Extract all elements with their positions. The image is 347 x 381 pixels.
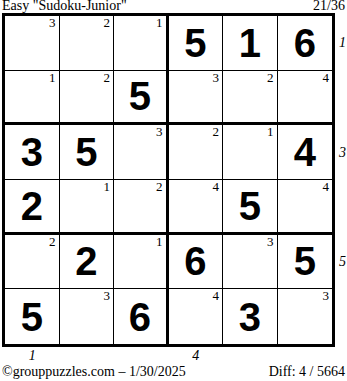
page-title: Easy "Sudoku-Junior" xyxy=(2,0,127,13)
corner-mark: 1 xyxy=(156,16,163,30)
cell-r3c4[interactable]: 2 xyxy=(169,125,224,180)
given-digit: 3 xyxy=(5,125,59,179)
given-digit: 6 xyxy=(169,235,223,289)
corner-mark: 3 xyxy=(104,289,111,303)
given-digit: 5 xyxy=(169,16,223,70)
cell-r2c4[interactable]: 3 xyxy=(169,71,224,126)
corner-mark: 4 xyxy=(323,180,330,194)
cell-r1c4[interactable]: 5 xyxy=(169,16,224,71)
cell-r3c6[interactable]: 4 xyxy=(278,125,333,180)
corner-mark: 1 xyxy=(49,71,56,85)
cell-r5c4[interactable]: 6 xyxy=(169,235,224,290)
cell-r6c3[interactable]: 6 xyxy=(114,289,169,344)
cell-r2c5[interactable]: 2 xyxy=(223,71,278,126)
cell-r4c1[interactable]: 2 xyxy=(5,180,60,235)
cell-r2c6[interactable]: 4 xyxy=(278,71,333,126)
sudoku-board: 321516125324353214212454221635536433 xyxy=(2,13,335,347)
footer: ©grouppuzzles.com – 1/30/2025 Diff: 4 / … xyxy=(2,364,345,379)
corner-mark: 3 xyxy=(267,235,274,249)
given-digit: 2 xyxy=(5,180,59,232)
corner-mark: 2 xyxy=(213,125,220,139)
given-digit: 5 xyxy=(5,289,59,344)
col-label-4: 4 xyxy=(192,349,199,363)
row-label-3: 3 xyxy=(339,146,346,160)
row-label-1: 1 xyxy=(339,36,346,50)
cell-r4c4[interactable]: 4 xyxy=(169,180,224,235)
cell-r6c4[interactable]: 4 xyxy=(169,289,224,344)
corner-mark: 4 xyxy=(213,289,220,303)
corner-mark: 2 xyxy=(267,71,274,85)
cell-r4c2[interactable]: 1 xyxy=(60,180,115,235)
given-digit: 6 xyxy=(114,289,166,344)
cell-r6c2[interactable]: 3 xyxy=(60,289,115,344)
col-label-1: 1 xyxy=(29,349,36,363)
difficulty-text: Diff: 4 / 5664 xyxy=(269,364,345,379)
corner-mark: 3 xyxy=(323,289,330,303)
corner-mark: 2 xyxy=(104,71,111,85)
cell-r4c3[interactable]: 2 xyxy=(114,180,169,235)
given-digit: 5 xyxy=(278,235,333,289)
cell-r6c5[interactable]: 3 xyxy=(223,289,278,344)
given-digit: 5 xyxy=(223,180,277,232)
cell-r3c3[interactable]: 3 xyxy=(114,125,169,180)
corner-mark: 1 xyxy=(267,125,274,139)
cell-r3c2[interactable]: 5 xyxy=(60,125,115,180)
copyright-text: ©grouppuzzles.com – 1/30/2025 xyxy=(2,364,186,379)
given-digit: 5 xyxy=(60,125,114,179)
corner-mark: 4 xyxy=(323,71,330,85)
corner-mark: 2 xyxy=(156,180,163,194)
page: Easy "Sudoku-Junior" 21/36 3215161253243… xyxy=(0,0,347,381)
given-digit: 3 xyxy=(223,289,277,344)
cell-r1c2[interactable]: 2 xyxy=(60,16,115,71)
cell-r3c1[interactable]: 3 xyxy=(5,125,60,180)
cell-r2c1[interactable]: 1 xyxy=(5,71,60,126)
cell-r1c3[interactable]: 1 xyxy=(114,16,169,71)
given-digit: 6 xyxy=(278,16,333,70)
cell-r2c2[interactable]: 2 xyxy=(60,71,115,126)
cell-r6c1[interactable]: 5 xyxy=(5,289,60,344)
cell-r4c5[interactable]: 5 xyxy=(223,180,278,235)
corner-mark: 2 xyxy=(104,16,111,30)
cell-r4c6[interactable]: 4 xyxy=(278,180,333,235)
corner-mark: 4 xyxy=(213,180,220,194)
cell-r3c5[interactable]: 1 xyxy=(223,125,278,180)
corner-mark: 2 xyxy=(49,235,56,249)
corner-mark: 3 xyxy=(156,125,163,139)
cell-r5c1[interactable]: 2 xyxy=(5,235,60,290)
cell-r1c6[interactable]: 6 xyxy=(278,16,333,71)
corner-mark: 3 xyxy=(213,71,220,85)
cell-r5c2[interactable]: 2 xyxy=(60,235,115,290)
given-digit: 4 xyxy=(278,125,333,179)
cell-r5c3[interactable]: 1 xyxy=(114,235,169,290)
corner-mark: 1 xyxy=(104,180,111,194)
cell-r6c6[interactable]: 3 xyxy=(278,289,333,344)
cell-r5c5[interactable]: 3 xyxy=(223,235,278,290)
corner-mark: 1 xyxy=(156,235,163,249)
given-digit: 5 xyxy=(114,71,166,123)
cell-r1c1[interactable]: 3 xyxy=(5,16,60,71)
cell-r2c3[interactable]: 5 xyxy=(114,71,169,126)
given-digit: 2 xyxy=(60,235,114,289)
row-label-5: 5 xyxy=(339,255,346,269)
corner-mark: 3 xyxy=(49,16,56,30)
progress-counter: 21/36 xyxy=(313,0,345,13)
cell-r1c5[interactable]: 1 xyxy=(223,16,278,71)
given-digit: 1 xyxy=(223,16,277,70)
header: Easy "Sudoku-Junior" 21/36 xyxy=(2,0,345,13)
cell-r5c6[interactable]: 5 xyxy=(278,235,333,290)
